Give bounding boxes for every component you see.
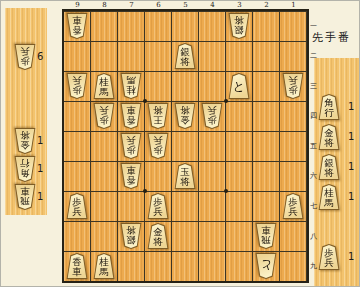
board-piece[interactable]: 歩兵: [66, 73, 88, 99]
file-label: 1: [280, 1, 307, 10]
board-piece[interactable]: 歩兵: [147, 193, 169, 219]
board-piece[interactable]: 歩兵: [282, 73, 304, 99]
file-label: 6: [145, 1, 172, 10]
board-piece[interactable]: 香車: [66, 253, 88, 279]
board-piece[interactable]: 香車: [120, 103, 142, 129]
board-piece[interactable]: 金将: [174, 103, 196, 129]
sente-hand-piece[interactable]: 銀将: [318, 154, 340, 180]
board-piece[interactable]: 歩兵: [201, 103, 223, 129]
board-piece[interactable]: 桂馬: [93, 73, 115, 99]
piece-count: 1: [348, 251, 360, 262]
shogi-diagram: 先手番 987654321一二三四五六七八九 香車銀将銀将歩兵桂馬桂馬と歩兵歩兵…: [0, 0, 360, 287]
gote-hand-piece[interactable]: 歩兵: [14, 44, 36, 70]
sente-hand-piece[interactable]: 角行: [318, 94, 340, 120]
hoshi-dot: [224, 99, 228, 103]
file-label: 9: [64, 1, 91, 10]
board-piece[interactable]: 歩兵: [282, 193, 304, 219]
hoshi-dot: [224, 189, 228, 193]
file-label: 4: [199, 1, 226, 10]
board-piece[interactable]: 歩兵: [147, 133, 169, 159]
board-piece[interactable]: 香車: [66, 13, 88, 39]
sente-hand-piece[interactable]: 金将: [318, 124, 340, 150]
piece-count: 1: [348, 101, 360, 112]
board-piece[interactable]: 飛車: [255, 223, 277, 249]
piece-count: 1: [37, 191, 49, 202]
board-piece[interactable]: 玉将: [174, 163, 196, 189]
piece-count: 1: [348, 131, 360, 142]
piece-count: 1: [37, 135, 49, 146]
sente-hand-piece[interactable]: 歩兵: [318, 244, 340, 270]
board-piece[interactable]: と: [228, 73, 250, 99]
board-piece[interactable]: 銀将: [174, 43, 196, 69]
file-label: 7: [118, 1, 145, 10]
board-piece[interactable]: 歩兵: [93, 103, 115, 129]
gote-hand-piece[interactable]: 金将: [14, 128, 36, 154]
board-piece[interactable]: 歩兵: [120, 133, 142, 159]
gote-hand-piece[interactable]: 飛車: [14, 184, 36, 210]
turn-indicator: 先手番: [312, 30, 360, 45]
file-label: 2: [253, 1, 280, 10]
board-piece[interactable]: 桂馬: [120, 73, 142, 99]
file-label: 8: [91, 1, 118, 10]
board-piece[interactable]: と: [255, 253, 277, 279]
rank-label: 二: [308, 41, 319, 71]
piece-count: 1: [37, 163, 49, 174]
board-piece[interactable]: 香車: [120, 163, 142, 189]
board-piece[interactable]: 王将: [147, 103, 169, 129]
gote-hand-piece[interactable]: 角行: [14, 156, 36, 182]
piece-count: 1: [348, 161, 360, 172]
board-piece[interactable]: 銀将: [228, 13, 250, 39]
file-label: 3: [226, 1, 253, 10]
piece-count: 1: [348, 191, 360, 202]
board-piece[interactable]: 桂馬: [93, 253, 115, 279]
board-piece[interactable]: 金将: [147, 223, 169, 249]
file-label: 5: [172, 1, 199, 10]
piece-count: 6: [37, 51, 49, 62]
rank-label: 一: [308, 11, 319, 41]
board-piece[interactable]: 銀将: [120, 223, 142, 249]
sente-hand-piece[interactable]: 桂馬: [318, 184, 340, 210]
board-piece[interactable]: 歩兵: [66, 193, 88, 219]
